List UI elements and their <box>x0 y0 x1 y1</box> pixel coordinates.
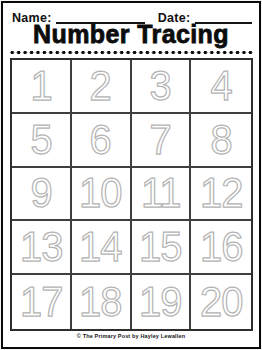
trace-number: 18 <box>79 281 121 323</box>
trace-number: 19 <box>139 281 181 323</box>
trace-number: 6 <box>90 119 111 161</box>
trace-cell-20: 20 <box>191 275 251 329</box>
trace-cell-4: 4 <box>191 60 251 114</box>
trace-number: 13 <box>20 226 62 268</box>
trace-number: 11 <box>141 172 181 214</box>
trace-number: 9 <box>30 172 51 214</box>
tracing-grid: 1234567891011121314151617181920 <box>10 58 253 331</box>
trace-number: 2 <box>90 65 111 107</box>
trace-cell-15: 15 <box>132 221 192 275</box>
trace-number: 5 <box>30 119 51 161</box>
trace-cell-16: 16 <box>191 221 251 275</box>
copyright-footer: © The Primary Post by Hayley Lewallen <box>3 333 259 339</box>
trace-number: 1 <box>30 65 51 107</box>
trace-cell-11: 11 <box>132 168 192 222</box>
trace-cell-9: 9 <box>12 168 72 222</box>
trace-cell-12: 12 <box>191 168 251 222</box>
trace-number: 7 <box>150 119 171 161</box>
trace-number: 20 <box>200 281 242 323</box>
trace-cell-6: 6 <box>72 114 132 168</box>
trace-number: 17 <box>20 281 62 323</box>
trace-cell-18: 18 <box>72 275 132 329</box>
trace-cell-13: 13 <box>12 221 72 275</box>
trace-cell-14: 14 <box>72 221 132 275</box>
trace-cell-19: 19 <box>132 275 192 329</box>
trace-number: 8 <box>210 119 231 161</box>
trace-number: 4 <box>210 65 231 107</box>
trace-cell-17: 17 <box>12 275 72 329</box>
trace-number: 12 <box>200 172 242 214</box>
dotted-divider <box>9 50 254 55</box>
worksheet-page: Name: Date: Number Tracing 1234567891011… <box>1 1 261 349</box>
worksheet-title: Number Tracing <box>3 21 259 48</box>
trace-cell-2: 2 <box>72 60 132 114</box>
trace-cell-7: 7 <box>132 114 192 168</box>
trace-cell-3: 3 <box>132 60 192 114</box>
trace-cell-5: 5 <box>12 114 72 168</box>
trace-number: 16 <box>200 226 242 268</box>
trace-cell-8: 8 <box>191 114 251 168</box>
trace-number: 14 <box>79 226 121 268</box>
trace-number: 15 <box>139 226 181 268</box>
trace-cell-10: 10 <box>72 168 132 222</box>
trace-number: 10 <box>79 172 121 214</box>
trace-number: 3 <box>150 65 171 107</box>
trace-cell-1: 1 <box>12 60 72 114</box>
